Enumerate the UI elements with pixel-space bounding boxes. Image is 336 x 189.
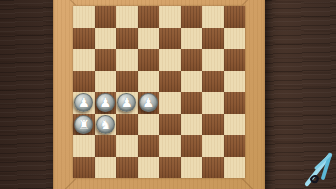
- table-background: ♟♟♟♟♜♞: [0, 0, 336, 189]
- square-c1: [116, 157, 138, 179]
- square-f7: [181, 28, 203, 50]
- square-g6: [202, 49, 224, 71]
- pawn-glyph: ♟: [121, 94, 133, 111]
- square-e5: [159, 71, 181, 93]
- square-b4: ♟: [95, 92, 117, 114]
- square-a4: ♟: [73, 92, 95, 114]
- square-f6: [181, 49, 203, 71]
- rook-glyph: ♜: [78, 115, 90, 132]
- pawn-glyph: ♟: [99, 94, 111, 111]
- knight-glyph: ♞: [99, 115, 111, 132]
- square-g2: [202, 135, 224, 157]
- frame-miter-joint: [242, 0, 264, 5]
- square-b5: [95, 71, 117, 93]
- square-h5: [224, 71, 246, 93]
- arrow-watermark-logo: [304, 149, 334, 187]
- frame-miter-joint: [54, 0, 76, 5]
- board-grid: ♟♟♟♟♜♞: [73, 6, 245, 178]
- square-d8: [138, 6, 160, 28]
- frame-miter-joint: [54, 179, 76, 189]
- square-e8: [159, 6, 181, 28]
- square-h4: [224, 92, 246, 114]
- square-f1: [181, 157, 203, 179]
- square-b6: [95, 49, 117, 71]
- square-e3: [159, 114, 181, 136]
- square-a2: [73, 135, 95, 157]
- square-e2: [159, 135, 181, 157]
- square-f2: [181, 135, 203, 157]
- square-h6: [224, 49, 246, 71]
- piece-white-pawn-c4: ♟: [117, 93, 136, 112]
- chess-board: ♟♟♟♟♜♞: [53, 0, 265, 189]
- square-b7: [95, 28, 117, 50]
- square-f3: [181, 114, 203, 136]
- pawn-glyph: ♟: [78, 94, 90, 111]
- piece-white-pawn-b4: ♟: [96, 93, 115, 112]
- square-h1: [224, 157, 246, 179]
- square-c4: ♟: [116, 92, 138, 114]
- square-f5: [181, 71, 203, 93]
- square-b1: [95, 157, 117, 179]
- square-d7: [138, 28, 160, 50]
- square-g1: [202, 157, 224, 179]
- square-g8: [202, 6, 224, 28]
- pawn-glyph: ♟: [142, 94, 154, 111]
- square-a3: ♜: [73, 114, 95, 136]
- square-g4: [202, 92, 224, 114]
- square-g5: [202, 71, 224, 93]
- square-e7: [159, 28, 181, 50]
- square-d3: [138, 114, 160, 136]
- square-c3: [116, 114, 138, 136]
- square-c5: [116, 71, 138, 93]
- square-d6: [138, 49, 160, 71]
- square-e4: [159, 92, 181, 114]
- square-g3: [202, 114, 224, 136]
- square-h3: [224, 114, 246, 136]
- square-e6: [159, 49, 181, 71]
- piece-white-pawn-d4: ♟: [139, 93, 158, 112]
- square-a7: [73, 28, 95, 50]
- square-h8: [224, 6, 246, 28]
- square-c8: [116, 6, 138, 28]
- piece-white-rook-a3: ♜: [74, 115, 93, 134]
- square-a1: [73, 157, 95, 179]
- square-a5: [73, 71, 95, 93]
- square-f4: [181, 92, 203, 114]
- square-c2: [116, 135, 138, 157]
- piece-white-pawn-a4: ♟: [74, 93, 93, 112]
- square-h7: [224, 28, 246, 50]
- square-d2: [138, 135, 160, 157]
- square-d4: ♟: [138, 92, 160, 114]
- frame-miter-joint: [242, 179, 264, 189]
- square-a8: [73, 6, 95, 28]
- piece-white-knight-b3: ♞: [96, 115, 115, 134]
- square-c7: [116, 28, 138, 50]
- square-b2: [95, 135, 117, 157]
- square-h2: [224, 135, 246, 157]
- square-b3: ♞: [95, 114, 117, 136]
- square-d1: [138, 157, 160, 179]
- square-g7: [202, 28, 224, 50]
- square-d5: [138, 71, 160, 93]
- square-a6: [73, 49, 95, 71]
- square-f8: [181, 6, 203, 28]
- square-e1: [159, 157, 181, 179]
- square-c6: [116, 49, 138, 71]
- square-b8: [95, 6, 117, 28]
